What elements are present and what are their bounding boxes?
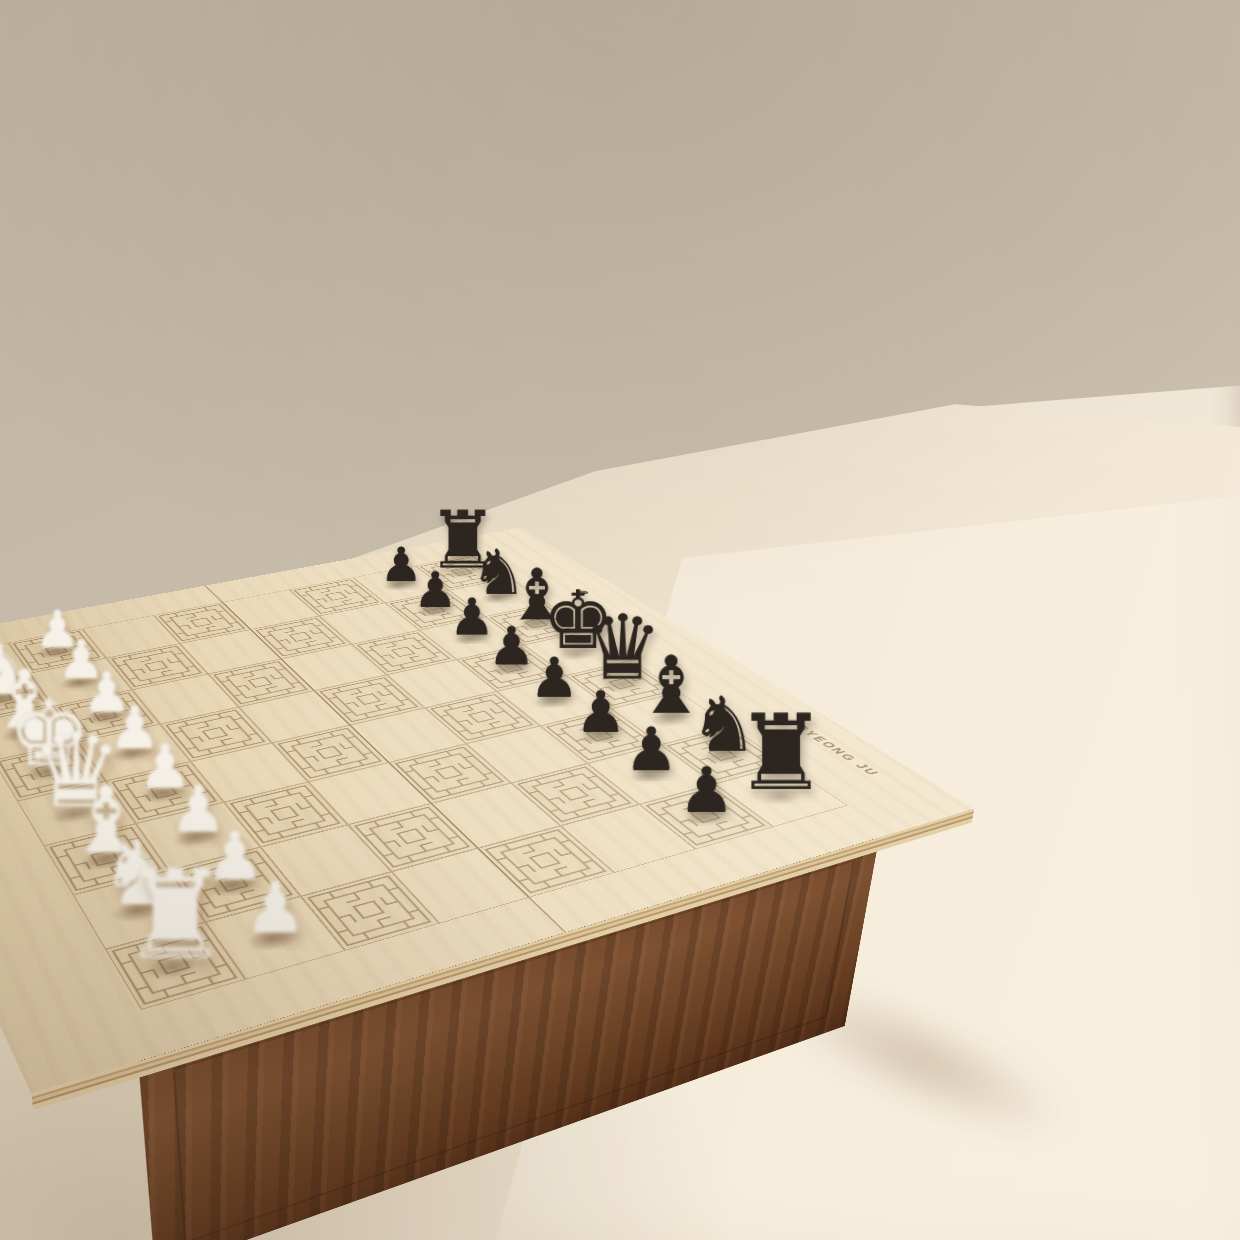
piece-glyph: ♟ xyxy=(487,620,535,673)
piece-glyph: ♟ xyxy=(623,719,677,779)
fret-pattern xyxy=(516,766,634,823)
board-scene: ♜♟♟♜♞♟♟♞♝♟♟♝♚♟♟♚♛♟♟♛♝♟♟♝♞♟♟♞♜♟♟♜ GYEONG … xyxy=(0,0,1240,1240)
square-a1[interactable]: ♜ xyxy=(105,922,246,1010)
chess-board: ♜♟♟♜♞♟♟♞♝♟♟♝♚♟♟♚♛♟♟♛♝♟♟♝♞♟♟♞♜♟♟♜ GYEONG … xyxy=(0,527,975,1093)
piece-glyph: ♟ xyxy=(529,650,579,705)
piece-glyph: ♜ xyxy=(119,852,230,976)
piece-glyph: ♜ xyxy=(733,700,827,805)
piece-glyph: ♟ xyxy=(242,872,306,943)
piece-glyph: ♟ xyxy=(677,759,734,822)
piece-glyph: ♟ xyxy=(574,683,626,741)
photo-scene: ♜♟♟♜♞♟♟♞♝♟♟♝♚♟♟♚♛♟♟♛♝♟♟♝♞♟♟♞♜♟♟♜ GYEONG … xyxy=(0,0,1240,1240)
